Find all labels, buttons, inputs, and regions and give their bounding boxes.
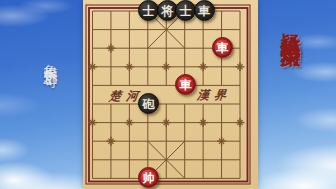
piece-black-chariot[interactable]: 車 [194,0,215,21]
left-banner-text: 象棋刘正哥 [42,53,60,66]
video-frame: 象棋刘正哥 楚河 漢界 士将士車車車砲帅 疑难绝妙实用 [0,0,336,189]
river-label-right: 漢界 [196,87,232,104]
xiangqi-board[interactable]: 楚河 漢界 士将士車車車砲帅 [83,0,258,189]
right-banner-text: 疑难绝妙实用 [278,17,305,35]
